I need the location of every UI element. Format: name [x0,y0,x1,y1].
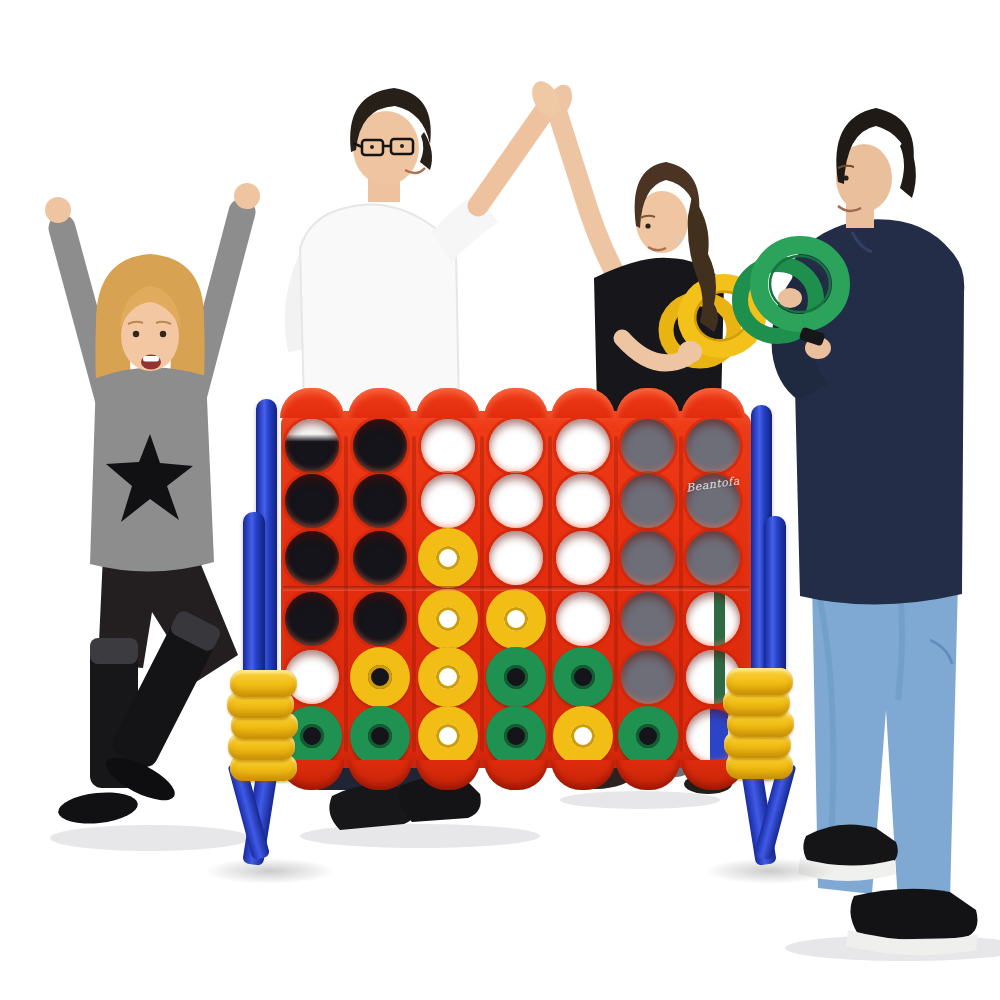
stage: Beantofa [0,0,1000,1000]
green-ring [350,706,410,766]
board-top-scallop [416,388,480,418]
column-rib [480,436,484,752]
board-cell-r1c3[interactable] [421,419,475,473]
yellow-ring [486,589,546,649]
board-cell-r2c2[interactable] [353,474,407,528]
yellow-ring [418,589,478,649]
board-cell-r4c3[interactable] [421,592,475,646]
board-cell-r3c6[interactable] [621,531,675,585]
board: Beantofa [0,0,1000,1000]
board-cell-r3c1[interactable] [285,531,339,585]
yellow-ring [553,706,613,766]
board-cell-r2c3[interactable] [421,474,475,528]
board-cell-r1c6[interactable] [621,419,675,473]
board-cell-r3c2[interactable] [353,531,407,585]
board-top-scallop [681,388,745,418]
green-ring [486,647,546,707]
board-cell-r6c6[interactable] [621,709,675,763]
column-rib [679,436,683,752]
board-top-scallop [280,388,344,418]
yellow-ring [350,647,410,707]
green-ring [486,706,546,766]
board-cell-r3c3[interactable] [421,531,475,585]
board-bottom-scallop [348,760,412,790]
board-cell-r1c7[interactable] [686,419,740,473]
board-cell-r5c6[interactable] [621,650,675,704]
board-cell-r4c2[interactable] [353,592,407,646]
board-cell-r1c1[interactable] [285,419,339,473]
board-cell-r4c5[interactable] [556,592,610,646]
column-rib [614,436,618,752]
board-leg-shadow [205,858,335,884]
board-cell-r4c6[interactable] [621,592,675,646]
yellow-ring [418,528,478,588]
yellow-ring [418,647,478,707]
stacked-yellow-ring [726,668,793,695]
column-rib [344,436,348,752]
board-cell-r1c2[interactable] [353,419,407,473]
board-cell-r6c3[interactable] [421,709,475,763]
board-cell-r3c5[interactable] [556,531,610,585]
board-cell-r4c1[interactable] [285,592,339,646]
board-cell-r1c4[interactable] [489,419,543,473]
board-bottom-scallop [616,760,680,790]
board-top-scallop [551,388,615,418]
board-cell-r6c2[interactable] [353,709,407,763]
board-cell-r4c4[interactable] [489,592,543,646]
board-cell-r6c4[interactable] [489,709,543,763]
board-cell-r5c4[interactable] [489,650,543,704]
board-cell-r6c5[interactable] [556,709,610,763]
board-cell-r2c6[interactable] [621,474,675,528]
board-top-scallop [348,388,412,418]
board-cell-r2c4[interactable] [489,474,543,528]
board-cell-r5c2[interactable] [353,650,407,704]
column-rib [548,436,552,752]
column-rib [412,436,416,752]
board-cell-r3c4[interactable] [489,531,543,585]
board-cell-r5c5[interactable] [556,650,610,704]
board-bottom-scallop [416,760,480,790]
board-top-scallop [484,388,548,418]
board-top-scallop [616,388,680,418]
board-cell-r1c5[interactable] [556,419,610,473]
board-cell-r2c5[interactable] [556,474,610,528]
board-seam [283,586,749,591]
board-bottom-scallop [484,760,548,790]
green-ring [553,647,613,707]
yellow-ring [418,706,478,766]
board-cell-r5c3[interactable] [421,650,475,704]
board-bottom-scallop [551,760,615,790]
board-cell-r3c7[interactable] [686,531,740,585]
board-cell-r2c1[interactable] [285,474,339,528]
stacked-yellow-ring [230,670,297,697]
board-cell-r4c7[interactable] [686,592,740,646]
green-ring [618,706,678,766]
